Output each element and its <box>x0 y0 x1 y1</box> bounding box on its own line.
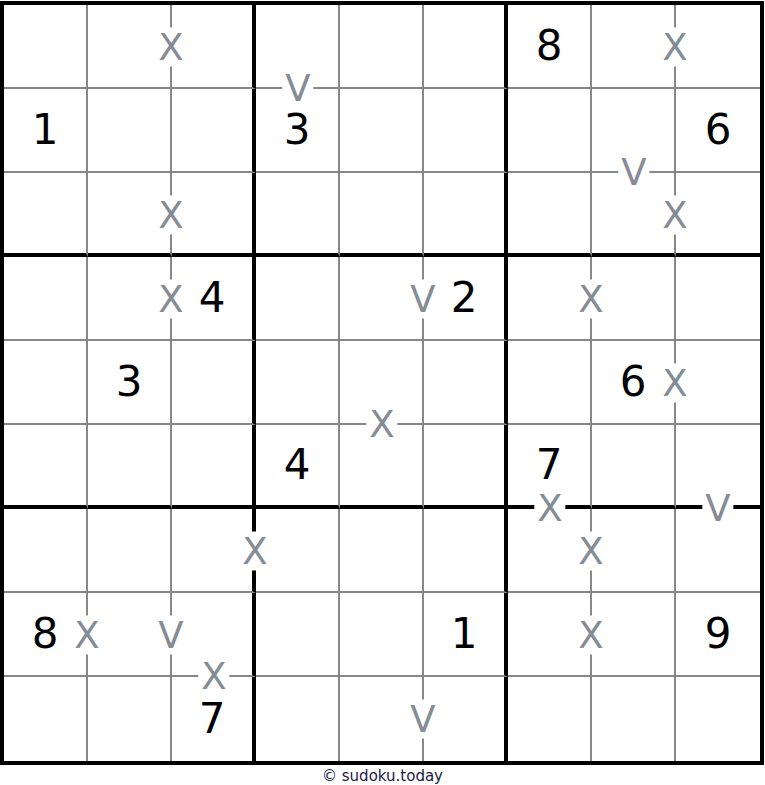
cell-r1c7-given: 8 <box>508 5 592 89</box>
xv-marker-x: X <box>155 28 186 67</box>
cell-r2c6[interactable] <box>424 89 508 173</box>
xv-marker-v: V <box>407 700 438 739</box>
xv-marker-v: V <box>155 616 186 655</box>
cell-r6c2[interactable] <box>88 425 172 509</box>
cell-r7c5[interactable] <box>340 509 424 593</box>
xv-marker-v: V <box>618 153 649 192</box>
cell-r5c2-given: 3 <box>88 341 172 425</box>
cell-r6c1[interactable] <box>4 425 88 509</box>
cell-r6c3[interactable] <box>172 425 256 509</box>
cell-r2c5[interactable] <box>340 89 424 173</box>
cell-r1c1[interactable] <box>4 5 88 89</box>
xv-marker-x: X <box>155 280 186 319</box>
cell-r8c9-given: 9 <box>676 593 760 677</box>
cell-r9c8[interactable] <box>592 677 676 761</box>
cell-r1c5[interactable] <box>340 5 424 89</box>
cell-r8c5[interactable] <box>340 593 424 677</box>
cell-r9c1[interactable] <box>4 677 88 761</box>
xv-marker-x: X <box>659 28 690 67</box>
cell-r3c4[interactable] <box>256 173 340 257</box>
cell-r6c6[interactable] <box>424 425 508 509</box>
cell-r5c6[interactable] <box>424 341 508 425</box>
xv-marker-x: X <box>71 616 102 655</box>
cell-r9c2[interactable] <box>88 677 172 761</box>
cell-r4c1[interactable] <box>4 257 88 341</box>
cell-r5c1[interactable] <box>4 341 88 425</box>
xv-marker-x: X <box>575 280 606 319</box>
cell-r6c8[interactable] <box>592 425 676 509</box>
cell-r2c1-given: 1 <box>4 89 88 173</box>
cell-r7c6[interactable] <box>424 509 508 593</box>
xv-marker-v: V <box>407 280 438 319</box>
xv-marker-x: X <box>366 405 397 444</box>
cell-r8c4[interactable] <box>256 593 340 677</box>
cell-r2c9-given: 6 <box>676 89 760 173</box>
cell-r3c6[interactable] <box>424 173 508 257</box>
xv-marker-v: V <box>702 489 733 528</box>
cell-r4c4[interactable] <box>256 257 340 341</box>
cell-r7c1[interactable] <box>4 509 88 593</box>
cell-r8c6-given: 1 <box>424 593 508 677</box>
cell-r5c3[interactable] <box>172 341 256 425</box>
xv-marker-v: V <box>282 69 313 108</box>
xv-marker-x: X <box>534 489 565 528</box>
cell-r9c9[interactable] <box>676 677 760 761</box>
page: 81364236478197XXXXXVXXXXXVXVVVXXVX © sud… <box>0 0 765 785</box>
cell-r2c2[interactable] <box>88 89 172 173</box>
xv-marker-x: X <box>239 532 270 571</box>
xv-marker-x: X <box>659 364 690 403</box>
cell-r1c6[interactable] <box>424 5 508 89</box>
cell-r2c3[interactable] <box>172 89 256 173</box>
xv-marker-x: X <box>198 657 229 696</box>
xv-marker-x: X <box>575 532 606 571</box>
copyright: © sudoku.today <box>0 767 765 785</box>
xv-marker-x: X <box>155 196 186 235</box>
cell-r7c2[interactable] <box>88 509 172 593</box>
cell-r3c5[interactable] <box>340 173 424 257</box>
cell-r3c1[interactable] <box>4 173 88 257</box>
cell-r3c7[interactable] <box>508 173 592 257</box>
cell-r5c4[interactable] <box>256 341 340 425</box>
cell-r4c9[interactable] <box>676 257 760 341</box>
xv-marker-x: X <box>659 196 690 235</box>
cell-r9c7[interactable] <box>508 677 592 761</box>
xv-marker-x: X <box>575 616 606 655</box>
sudoku-board: 81364236478197XXXXXVXXXXXVXVVVXXVX <box>0 1 764 765</box>
cell-r6c4-given: 4 <box>256 425 340 509</box>
cell-r5c7[interactable] <box>508 341 592 425</box>
cell-r9c4[interactable] <box>256 677 340 761</box>
cell-r2c7[interactable] <box>508 89 592 173</box>
